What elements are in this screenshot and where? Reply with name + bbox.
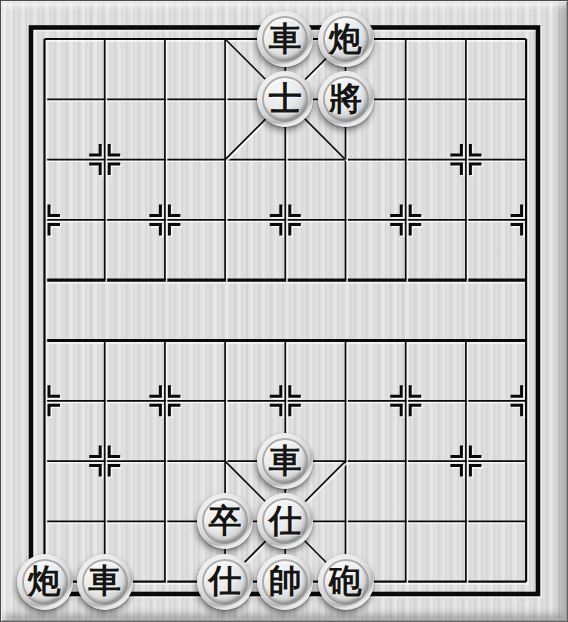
piece-character: 卒 [209, 504, 242, 537]
piece-character: 砲 [329, 564, 362, 597]
xiangqi-app-window: 車炮士將車卒仕炮車仕帥砲 [0, 0, 568, 622]
piece-red-chariot[interactable]: 車 [257, 11, 313, 67]
piece-character: 車 [269, 22, 302, 55]
piece-character: 士 [269, 82, 302, 115]
piece-black-soldier[interactable]: 卒 [197, 493, 253, 549]
piece-character: 炮 [28, 564, 61, 597]
piece-character: 炮 [329, 22, 362, 55]
piece-red-advisor[interactable]: 仕 [257, 493, 313, 549]
piece-black-chariot[interactable]: 車 [77, 554, 133, 610]
piece-character: 將 [329, 82, 362, 115]
piece-character: 車 [88, 564, 121, 597]
piece-black-cannon[interactable]: 砲 [318, 554, 374, 610]
piece-black-general[interactable]: 將 [318, 71, 374, 127]
piece-red-cannon[interactable]: 炮 [318, 11, 374, 67]
piece-character: 仕 [209, 564, 242, 597]
piece-black-chariot[interactable]: 車 [257, 433, 313, 489]
piece-character: 仕 [269, 504, 302, 537]
pieces-layer: 車炮士將車卒仕炮車仕帥砲 [0, 0, 568, 622]
piece-character: 車 [269, 444, 302, 477]
piece-black-advisor[interactable]: 士 [257, 71, 313, 127]
piece-red-cannon[interactable]: 炮 [17, 554, 73, 610]
piece-character: 帥 [269, 564, 302, 597]
piece-red-advisor[interactable]: 仕 [197, 554, 253, 610]
piece-red-general[interactable]: 帥 [257, 554, 313, 610]
